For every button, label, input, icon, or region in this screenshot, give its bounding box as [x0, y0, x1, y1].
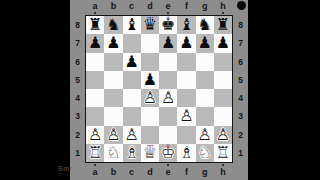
rank-label-8: 8: [233, 16, 248, 34]
turn-indicator-black: [237, 1, 246, 10]
white-bishop-piece: ♝♗: [123, 144, 141, 162]
square-c1[interactable]: ♝♗: [123, 144, 141, 162]
square-d8[interactable]: ♛•••: [141, 16, 159, 34]
file-label-a: a: [86, 165, 104, 180]
square-f3[interactable]: ♟♙: [177, 107, 195, 125]
file-tick-dot-e: [167, 164, 169, 166]
square-b4[interactable]: [104, 89, 122, 107]
square-e6[interactable]: [159, 53, 177, 71]
square-f5[interactable]: [177, 71, 195, 89]
rank-label-5: 5: [70, 71, 85, 89]
piece-outline-glyph: ♗: [123, 144, 141, 162]
square-a8[interactable]: ♜: [86, 16, 104, 34]
rank-label-6: 6: [70, 53, 85, 71]
piece-fill-glyph: ♟: [214, 34, 232, 52]
white-bishop-piece: ♝♗: [177, 144, 195, 162]
square-b7[interactable]: ♟: [104, 34, 122, 52]
square-g5[interactable]: [196, 71, 214, 89]
file-label-h: h: [214, 0, 232, 14]
black-pawn-piece: ♟: [214, 34, 232, 52]
square-a6[interactable]: [86, 53, 104, 71]
rank-labels-right: 87654321: [233, 16, 248, 162]
file-label-c: c: [123, 0, 141, 14]
square-d6[interactable]: [141, 53, 159, 71]
file-labels-top: abcdefgh: [86, 0, 232, 14]
square-d2[interactable]: [141, 126, 159, 144]
square-g2[interactable]: ♟♙: [196, 126, 214, 144]
black-pawn-piece: ♟: [86, 34, 104, 52]
white-knight-piece: ♞♘: [104, 144, 122, 162]
square-h6[interactable]: [214, 53, 232, 71]
black-king-accent-mark: +: [159, 15, 177, 21]
file-tick-dot-h: [222, 12, 224, 14]
rank-label-1: 1: [233, 144, 248, 162]
piece-outline-glyph: ♗: [177, 144, 195, 162]
square-c4[interactable]: [123, 89, 141, 107]
square-f6[interactable]: [177, 53, 195, 71]
black-rook-piece: ♜: [86, 16, 104, 34]
file-tick-dot-h: [222, 164, 224, 166]
file-labels-bottom: abcdefgh: [86, 165, 232, 179]
square-b6[interactable]: [104, 53, 122, 71]
white-rook-piece: ♜♖: [214, 144, 232, 162]
rank-label-3: 3: [70, 107, 85, 125]
piece-outline-glyph: ♘: [196, 144, 214, 162]
piece-outline-glyph: ♖: [214, 144, 232, 162]
piece-fill-glyph: ♟: [159, 34, 177, 52]
file-label-f: f: [177, 0, 195, 14]
black-knight-piece: ♞: [104, 16, 122, 34]
file-label-a: a: [86, 0, 104, 14]
rank-label-6: 6: [233, 53, 248, 71]
square-d1[interactable]: ♛♕•••: [141, 144, 159, 162]
white-king-piece: ♚♔+: [159, 144, 177, 162]
piece-outline-glyph: ♙: [86, 126, 104, 144]
rank-label-2: 2: [70, 126, 85, 144]
white-rook-piece: ♜♖: [86, 144, 104, 162]
square-h1[interactable]: ♜♖: [214, 144, 232, 162]
square-g8[interactable]: ♞: [196, 16, 214, 34]
file-label-b: b: [104, 165, 122, 180]
square-c7[interactable]: [123, 34, 141, 52]
rank-labels-left: 87654321: [70, 16, 85, 162]
piece-outline-glyph: ♙: [214, 126, 232, 144]
square-a3[interactable]: [86, 107, 104, 125]
square-d5[interactable]: ♟: [141, 71, 159, 89]
white-pawn-piece: ♟♙: [196, 126, 214, 144]
square-e4[interactable]: ♟♙: [159, 89, 177, 107]
square-a2[interactable]: ♟♙: [86, 126, 104, 144]
square-d4[interactable]: ♟♙: [141, 89, 159, 107]
square-b3[interactable]: [104, 107, 122, 125]
file-label-d: d: [141, 0, 159, 14]
square-b8[interactable]: ♞: [104, 16, 122, 34]
file-label-h: h: [214, 165, 232, 180]
square-g1[interactable]: ♞♘: [196, 144, 214, 162]
black-pawn-piece: ♟: [141, 71, 159, 89]
piece-fill-glyph: ♜: [214, 16, 232, 34]
square-f8[interactable]: ♝: [177, 16, 195, 34]
square-f4[interactable]: [177, 89, 195, 107]
piece-fill-glyph: ♟: [196, 34, 214, 52]
square-c5[interactable]: [123, 71, 141, 89]
rank-label-3: 3: [233, 107, 248, 125]
black-king-piece: ♚+: [159, 16, 177, 34]
file-label-g: g: [196, 165, 214, 180]
file-label-e: e: [159, 165, 177, 180]
white-pawn-piece: ♟♙: [104, 126, 122, 144]
piece-outline-glyph: ♘: [104, 144, 122, 162]
black-pawn-piece: ♟: [159, 34, 177, 52]
piece-outline-glyph: ♙: [104, 126, 122, 144]
square-h4[interactable]: [214, 89, 232, 107]
white-queen-piece: ♛♕•••: [141, 144, 159, 162]
rank-label-7: 7: [70, 34, 85, 52]
square-a4[interactable]: [86, 89, 104, 107]
file-tick-dot-a: [94, 164, 96, 166]
piece-outline-glyph: ♙: [123, 126, 141, 144]
square-e3[interactable]: [159, 107, 177, 125]
chess-board: ♜♞♝♛•••♚+♝♞♜♟♟♟♟♟♟♟♟♟♙♟♙♟♙♟♙♟♙♟♙♟♙♟♙♜♖♞♘…: [85, 15, 233, 163]
white-knight-piece: ♞♘: [196, 144, 214, 162]
watermark: Smr: [58, 165, 72, 172]
rank-label-2: 2: [233, 126, 248, 144]
white-pawn-piece: ♟♙: [86, 126, 104, 144]
black-knight-piece: ♞: [196, 16, 214, 34]
square-f1[interactable]: ♝♗: [177, 144, 195, 162]
square-h8[interactable]: ♜: [214, 16, 232, 34]
square-e5[interactable]: [159, 71, 177, 89]
white-pawn-piece: ♟♙: [214, 126, 232, 144]
white-pawn-piece: ♟♙: [177, 107, 195, 125]
black-rook-piece: ♜: [214, 16, 232, 34]
piece-fill-glyph: ♜: [86, 16, 104, 34]
square-b5[interactable]: [104, 71, 122, 89]
black-pawn-piece: ♟: [123, 53, 141, 71]
square-e7[interactable]: ♟: [159, 34, 177, 52]
piece-fill-glyph: ♞: [104, 16, 122, 34]
rank-label-8: 8: [70, 16, 85, 34]
video-frame: abcdefgh abcdefgh 87654321 87654321 ♜♞♝♛…: [0, 0, 320, 180]
white-pawn-piece: ♟♙: [123, 126, 141, 144]
black-bishop-piece: ♝: [123, 16, 141, 34]
square-f2[interactable]: [177, 126, 195, 144]
square-e1[interactable]: ♚♔+: [159, 144, 177, 162]
rank-label-5: 5: [233, 71, 248, 89]
white-pawn-piece: ♟♙: [141, 89, 159, 107]
piece-outline-glyph: ♙: [177, 107, 195, 125]
rank-label-7: 7: [233, 34, 248, 52]
file-label-d: d: [141, 165, 159, 180]
rank-label-1: 1: [70, 144, 85, 162]
rank-label-4: 4: [70, 89, 85, 107]
file-label-f: f: [177, 165, 195, 180]
piece-fill-glyph: ♟: [177, 34, 195, 52]
piece-fill-glyph: ♟: [123, 53, 141, 71]
white-king-accent-mark: +: [159, 143, 177, 149]
black-queen-accent-mark: •••: [141, 16, 159, 20]
black-pawn-piece: ♟: [177, 34, 195, 52]
piece-fill-glyph: ♝: [123, 16, 141, 34]
square-h7[interactable]: ♟: [214, 34, 232, 52]
piece-outline-glyph: ♙: [196, 126, 214, 144]
square-d7[interactable]: [141, 34, 159, 52]
square-d3[interactable]: [141, 107, 159, 125]
file-label-b: b: [104, 0, 122, 14]
black-queen-piece: ♛•••: [141, 16, 159, 34]
piece-fill-glyph: ♟: [86, 34, 104, 52]
square-c2[interactable]: ♟♙: [123, 126, 141, 144]
piece-outline-glyph: ♖: [86, 144, 104, 162]
rank-label-4: 4: [233, 89, 248, 107]
square-e8[interactable]: ♚+: [159, 16, 177, 34]
piece-outline-glyph: ♙: [159, 89, 177, 107]
square-b2[interactable]: ♟♙: [104, 126, 122, 144]
file-tick-dot-a: [94, 12, 96, 14]
piece-fill-glyph: ♟: [141, 71, 159, 89]
piece-fill-glyph: ♟: [104, 34, 122, 52]
square-g4[interactable]: [196, 89, 214, 107]
square-c6[interactable]: ♟: [123, 53, 141, 71]
file-label-e: e: [159, 0, 177, 14]
file-label-c: c: [123, 165, 141, 180]
square-c3[interactable]: [123, 107, 141, 125]
piece-fill-glyph: ♝: [177, 16, 195, 34]
square-h5[interactable]: [214, 71, 232, 89]
square-h2[interactable]: ♟♙: [214, 126, 232, 144]
square-b1[interactable]: ♞♘: [104, 144, 122, 162]
piece-outline-glyph: ♙: [141, 89, 159, 107]
black-pawn-piece: ♟: [104, 34, 122, 52]
square-g3[interactable]: [196, 107, 214, 125]
square-g7[interactable]: ♟: [196, 34, 214, 52]
square-c8[interactable]: ♝: [123, 16, 141, 34]
file-label-g: g: [196, 0, 214, 14]
square-h3[interactable]: [214, 107, 232, 125]
black-bishop-piece: ♝: [177, 16, 195, 34]
black-pawn-piece: ♟: [196, 34, 214, 52]
square-a5[interactable]: [86, 71, 104, 89]
square-g6[interactable]: [196, 53, 214, 71]
white-pawn-piece: ♟♙: [159, 89, 177, 107]
white-queen-accent-mark: •••: [141, 144, 159, 148]
square-a1[interactable]: ♜♖: [86, 144, 104, 162]
square-f7[interactable]: ♟: [177, 34, 195, 52]
piece-fill-glyph: ♞: [196, 16, 214, 34]
square-a7[interactable]: ♟: [86, 34, 104, 52]
square-e2[interactable]: [159, 126, 177, 144]
